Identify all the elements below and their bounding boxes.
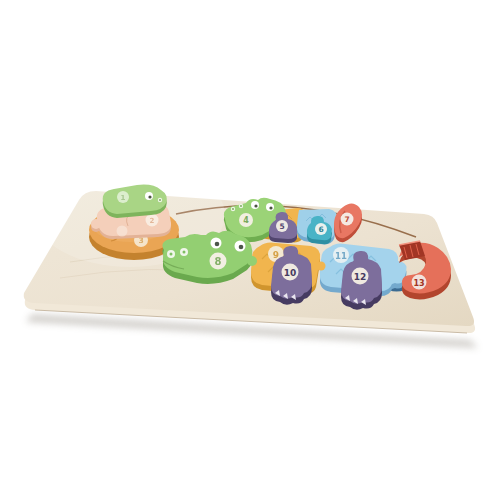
product-photo: 3 2 1 — [0, 0, 500, 500]
piece-number: 10 — [284, 268, 297, 278]
jigsaw-tab — [317, 262, 326, 271]
piece-number: 7 — [344, 215, 349, 224]
jigsaw-tab — [247, 256, 257, 266]
piece-number: 4 — [243, 216, 249, 225]
jigsaw-tab — [91, 219, 101, 229]
number-disc — [117, 226, 128, 237]
puzzle-scene: 3 2 1 — [0, 0, 500, 500]
piece-1-snail-head: 1 — [103, 185, 167, 218]
piece-number: 5 — [279, 222, 284, 231]
piece-number: 13 — [413, 279, 424, 288]
piece-number: 6 — [318, 225, 323, 234]
piece-number: 2 — [150, 217, 155, 225]
piece-number: 1 — [121, 194, 126, 202]
piece-number: 8 — [215, 256, 222, 267]
piece-number: 9 — [273, 250, 279, 260]
piece-number: 12 — [354, 272, 367, 282]
piece-number: 11 — [335, 251, 347, 261]
